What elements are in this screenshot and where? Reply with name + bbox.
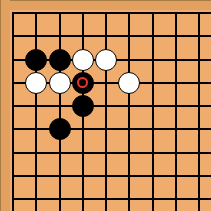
black-stone xyxy=(25,49,47,71)
white-stone xyxy=(118,72,140,94)
white-stone xyxy=(49,72,71,94)
black-stone xyxy=(72,95,94,117)
white-stone xyxy=(95,49,117,71)
stones-layer xyxy=(1,1,210,210)
black-stone xyxy=(49,118,71,140)
white-stone xyxy=(72,49,94,71)
last-move-circle-marker xyxy=(77,77,88,88)
black-stone-marked xyxy=(72,72,94,94)
go-board-diagram xyxy=(0,0,211,211)
black-stone xyxy=(49,49,71,71)
white-stone xyxy=(25,72,47,94)
